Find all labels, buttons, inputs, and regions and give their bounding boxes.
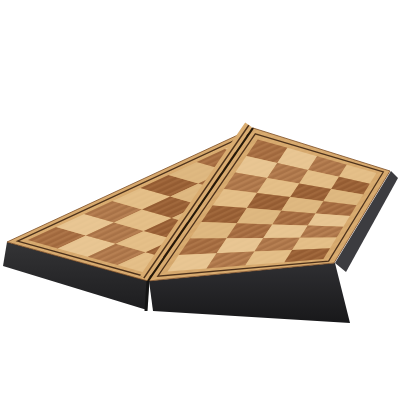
folding-chessboard: Wooden folding chess board, empty, close…: [0, 0, 400, 400]
fold-seam-gap: [146, 281, 148, 311]
product-photo-canvas: Wooden folding chess board, empty, close…: [0, 0, 400, 400]
